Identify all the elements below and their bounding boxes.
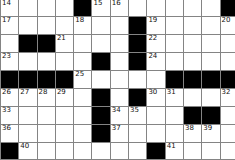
cell-r1c3[interactable] <box>56 17 74 35</box>
cell-r1c0[interactable]: 17 <box>1 17 19 35</box>
cell-r0c5[interactable]: 15 <box>92 0 110 17</box>
black-cell-r8c8 <box>147 143 165 160</box>
cell-r2c10[interactable] <box>184 35 202 53</box>
black-cell-r0c4 <box>74 0 92 17</box>
cell-r3c12[interactable] <box>221 53 235 71</box>
black-cell-r1c7 <box>129 17 147 35</box>
cell-r1c10[interactable] <box>184 17 202 35</box>
cell-r2c0[interactable] <box>1 35 19 53</box>
black-cell-r2c1 <box>19 35 37 53</box>
cell-r7c4[interactable] <box>74 125 92 143</box>
black-cell-r4c2 <box>38 71 56 89</box>
black-cell-r4c10 <box>184 71 202 89</box>
black-cell-r7c5 <box>92 125 110 143</box>
clue-number-21: 21 <box>57 35 66 42</box>
cell-r0c7[interactable] <box>129 0 147 17</box>
clue-number-31: 31 <box>167 89 176 96</box>
cell-r7c11[interactable]: 39 <box>202 125 220 143</box>
cell-r1c5[interactable] <box>92 17 110 35</box>
cell-r3c8[interactable]: 24 <box>147 53 165 71</box>
cell-r8c4[interactable] <box>74 143 92 160</box>
cell-r8c5[interactable] <box>92 143 110 160</box>
clue-number-32: 32 <box>222 89 231 96</box>
clue-number-40: 40 <box>20 143 29 150</box>
clue-number-38: 38 <box>185 125 194 132</box>
cell-r8c12[interactable] <box>221 143 235 160</box>
cell-r5c3[interactable]: 29 <box>56 89 74 107</box>
cell-r5c12[interactable]: 32 <box>221 89 235 107</box>
cell-r8c1[interactable]: 40 <box>19 143 37 160</box>
cell-r8c7[interactable] <box>129 143 147 160</box>
crossword-diagram: 1415161718192021222324252627282930313233… <box>0 0 235 160</box>
cell-r6c7[interactable]: 35 <box>129 107 147 125</box>
clue-number-33: 33 <box>2 107 11 114</box>
cell-r5c1[interactable]: 27 <box>19 89 37 107</box>
cell-r1c1[interactable] <box>19 17 37 35</box>
clue-number-28: 28 <box>39 89 48 96</box>
cell-r8c11[interactable] <box>202 143 220 160</box>
cell-r7c9[interactable] <box>166 125 184 143</box>
cell-r6c0[interactable]: 33 <box>1 107 19 125</box>
black-cell-r5c5 <box>92 89 110 107</box>
cell-r7c10[interactable]: 38 <box>184 125 202 143</box>
cell-r0c8[interactable] <box>147 0 165 17</box>
cell-r4c6[interactable] <box>111 71 129 89</box>
black-cell-r2c7 <box>129 35 147 53</box>
cell-r0c1[interactable] <box>19 0 37 17</box>
cell-r2c11[interactable] <box>202 35 220 53</box>
black-cell-r6c10 <box>184 107 202 125</box>
cell-r1c2[interactable] <box>38 17 56 35</box>
cell-r7c7[interactable] <box>129 125 147 143</box>
cell-r6c3[interactable] <box>56 107 74 125</box>
clue-number-35: 35 <box>130 107 139 114</box>
black-cell-r4c3 <box>56 71 74 89</box>
cell-r5c0[interactable]: 26 <box>1 89 19 107</box>
clue-number-18: 18 <box>75 17 84 24</box>
cell-r0c2[interactable] <box>38 0 56 17</box>
black-cell-r0c12 <box>221 0 235 17</box>
cell-r6c12[interactable] <box>221 107 235 125</box>
cell-r8c9[interactable]: 41 <box>166 143 184 160</box>
black-cell-r4c0 <box>1 71 19 89</box>
clue-number-17: 17 <box>2 17 11 24</box>
cell-r4c8[interactable] <box>147 71 165 89</box>
cell-r5c6[interactable] <box>111 89 129 107</box>
cell-r2c3[interactable]: 21 <box>56 35 74 53</box>
clue-number-20: 20 <box>222 17 231 24</box>
cell-r1c11[interactable] <box>202 17 220 35</box>
cell-r0c6[interactable]: 16 <box>111 0 129 17</box>
cell-r0c3[interactable] <box>56 0 74 17</box>
cell-r7c0[interactable]: 36 <box>1 125 19 143</box>
cell-r1c12[interactable]: 20 <box>221 17 235 35</box>
cell-r6c1[interactable] <box>19 107 37 125</box>
clue-number-14: 14 <box>2 0 11 7</box>
cell-r5c11[interactable] <box>202 89 220 107</box>
cell-r3c1[interactable] <box>19 53 37 71</box>
cell-r2c8[interactable]: 22 <box>147 35 165 53</box>
cell-r1c9[interactable] <box>166 17 184 35</box>
clue-number-29: 29 <box>57 89 66 96</box>
cell-r2c12[interactable] <box>221 35 235 53</box>
black-cell-r4c11 <box>202 71 220 89</box>
cell-r5c9[interactable]: 31 <box>166 89 184 107</box>
cell-r3c10[interactable] <box>184 53 202 71</box>
clue-number-27: 27 <box>20 89 29 96</box>
cell-r6c6[interactable]: 34 <box>111 107 129 125</box>
cell-r4c7[interactable] <box>129 71 147 89</box>
cell-r0c10[interactable] <box>184 0 202 17</box>
cell-r6c2[interactable] <box>38 107 56 125</box>
cell-r1c6[interactable] <box>111 17 129 35</box>
cell-r6c8[interactable] <box>147 107 165 125</box>
black-cell-r6c5 <box>92 107 110 125</box>
black-cell-r5c7 <box>129 89 147 107</box>
cell-r3c0[interactable]: 23 <box>1 53 19 71</box>
clue-number-24: 24 <box>148 53 157 60</box>
cell-r8c10[interactable] <box>184 143 202 160</box>
cell-r2c9[interactable] <box>166 35 184 53</box>
clue-number-34: 34 <box>112 107 121 114</box>
cell-r7c6[interactable]: 37 <box>111 125 129 143</box>
cell-r5c4[interactable] <box>74 89 92 107</box>
clue-number-16: 16 <box>112 0 121 7</box>
cell-r8c6[interactable] <box>111 143 129 160</box>
cell-r6c4[interactable] <box>74 107 92 125</box>
cell-r2c5[interactable] <box>92 35 110 53</box>
black-cell-r4c12 <box>221 71 235 89</box>
cell-r0c11[interactable] <box>202 0 220 17</box>
clue-number-23: 23 <box>2 53 11 60</box>
cell-r7c1[interactable] <box>19 125 37 143</box>
black-cell-r4c1 <box>19 71 37 89</box>
clue-number-39: 39 <box>203 125 212 132</box>
crossword-board: 1415161718192021222324252627282930313233… <box>0 0 235 160</box>
black-cell-r3c5 <box>92 53 110 71</box>
cell-r4c5[interactable] <box>92 71 110 89</box>
cell-r8c2[interactable] <box>38 143 56 160</box>
cell-r3c2[interactable] <box>38 53 56 71</box>
clue-number-19: 19 <box>148 17 157 24</box>
cell-r3c9[interactable] <box>166 53 184 71</box>
cell-r3c11[interactable] <box>202 53 220 71</box>
cell-r6c9[interactable] <box>166 107 184 125</box>
clue-number-30: 30 <box>148 89 157 96</box>
cell-r3c6[interactable] <box>111 53 129 71</box>
cell-r5c2[interactable]: 28 <box>38 89 56 107</box>
black-cell-r6c11 <box>202 107 220 125</box>
cell-r7c12[interactable] <box>221 125 235 143</box>
cell-r1c8[interactable]: 19 <box>147 17 165 35</box>
black-cell-r4c9 <box>166 71 184 89</box>
clue-number-36: 36 <box>2 125 11 132</box>
cell-r5c10[interactable] <box>184 89 202 107</box>
clue-number-25: 25 <box>75 71 84 78</box>
clue-number-15: 15 <box>93 0 102 7</box>
black-cell-r2c2 <box>38 35 56 53</box>
cell-r3c3[interactable] <box>56 53 74 71</box>
cell-r7c3[interactable] <box>56 125 74 143</box>
black-cell-r3c7 <box>129 53 147 71</box>
cell-r7c2[interactable] <box>38 125 56 143</box>
clue-number-37: 37 <box>112 125 121 132</box>
cell-r0c0[interactable]: 14 <box>1 0 19 17</box>
cell-r8c3[interactable] <box>56 143 74 160</box>
cell-r7c8[interactable] <box>147 125 165 143</box>
cell-r2c4[interactable] <box>74 35 92 53</box>
cell-r3c4[interactable] <box>74 53 92 71</box>
black-cell-r8c0 <box>1 143 19 160</box>
clue-number-26: 26 <box>2 89 11 96</box>
cell-r1c4[interactable]: 18 <box>74 17 92 35</box>
cell-r5c8[interactable]: 30 <box>147 89 165 107</box>
cell-r4c4[interactable]: 25 <box>74 71 92 89</box>
cell-r2c6[interactable] <box>111 35 129 53</box>
clue-number-41: 41 <box>167 143 176 150</box>
clue-number-22: 22 <box>148 35 157 42</box>
cell-r0c9[interactable] <box>166 0 184 17</box>
